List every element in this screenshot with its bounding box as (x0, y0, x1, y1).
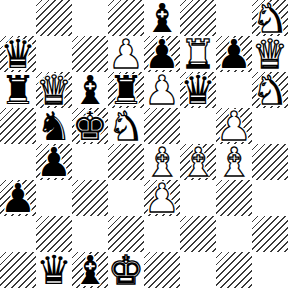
chess-board: ♝♞♛♟♟♜♟♛♜♛♝♜♟♛♞♞♚♞♟♟♝♝♝♟♟♛♝♚ (0, 0, 288, 288)
square-d3[interactable] (108, 180, 144, 216)
square-f4[interactable]: ♝ (180, 144, 216, 180)
square-b3[interactable] (36, 180, 72, 216)
square-a6[interactable]: ♜ (0, 72, 36, 108)
square-g4[interactable]: ♝ (216, 144, 252, 180)
square-f2[interactable] (180, 216, 216, 252)
square-e2[interactable] (144, 216, 180, 252)
square-b1[interactable]: ♛ (36, 252, 72, 288)
square-a3[interactable]: ♟ (0, 180, 36, 216)
black-pawn-icon: ♟ (0, 180, 36, 216)
square-a5[interactable] (0, 108, 36, 144)
square-c5[interactable]: ♚ (72, 108, 108, 144)
black-king-icon: ♚ (72, 108, 108, 144)
black-pawn-icon: ♟ (36, 144, 72, 180)
square-g7[interactable]: ♟ (216, 36, 252, 72)
square-h4[interactable] (252, 144, 288, 180)
square-b4[interactable]: ♟ (36, 144, 72, 180)
square-b8[interactable] (36, 0, 72, 36)
white-knight-icon: ♞ (252, 72, 288, 108)
black-queen-icon: ♛ (36, 252, 72, 288)
square-c4[interactable] (72, 144, 108, 180)
square-g2[interactable] (216, 216, 252, 252)
square-f3[interactable] (180, 180, 216, 216)
square-a2[interactable] (0, 216, 36, 252)
square-g1[interactable] (216, 252, 252, 288)
square-d1[interactable]: ♚ (108, 252, 144, 288)
white-bishop-icon: ♝ (216, 144, 252, 180)
square-a1[interactable] (0, 252, 36, 288)
square-e6[interactable]: ♟ (144, 72, 180, 108)
black-queen-icon: ♛ (180, 72, 216, 108)
white-pawn-icon: ♟ (144, 180, 180, 216)
white-bishop-icon: ♝ (180, 144, 216, 180)
square-h1[interactable] (252, 252, 288, 288)
square-h5[interactable] (252, 108, 288, 144)
white-king-icon: ♚ (108, 252, 144, 288)
square-h3[interactable] (252, 180, 288, 216)
white-pawn-icon: ♟ (144, 72, 180, 108)
square-c1[interactable]: ♝ (72, 252, 108, 288)
black-pawn-icon: ♟ (216, 36, 252, 72)
white-knight-icon: ♞ (108, 108, 144, 144)
square-c3[interactable] (72, 180, 108, 216)
black-rook-icon: ♜ (0, 72, 36, 108)
square-f6[interactable]: ♛ (180, 72, 216, 108)
square-h6[interactable]: ♞ (252, 72, 288, 108)
square-h2[interactable] (252, 216, 288, 252)
square-c8[interactable] (72, 0, 108, 36)
square-d5[interactable]: ♞ (108, 108, 144, 144)
black-bishop-icon: ♝ (72, 252, 108, 288)
square-e1[interactable] (144, 252, 180, 288)
square-e3[interactable]: ♟ (144, 180, 180, 216)
square-f1[interactable] (180, 252, 216, 288)
square-d4[interactable] (108, 144, 144, 180)
square-g3[interactable] (216, 180, 252, 216)
